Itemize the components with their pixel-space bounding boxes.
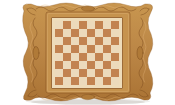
board-square[interactable] [55,77,63,85]
board-square[interactable] [71,37,79,45]
board-square[interactable] [95,61,103,69]
board-square[interactable] [95,29,103,37]
board-square[interactable] [55,21,63,29]
board-square[interactable] [79,69,87,77]
board-square[interactable] [71,29,79,37]
board-square[interactable] [55,45,63,53]
board-square[interactable] [95,45,103,53]
board-square[interactable] [63,21,71,29]
board-square[interactable] [63,61,71,69]
board-square[interactable] [111,77,119,85]
board-square[interactable] [71,69,79,77]
board-square[interactable] [103,69,111,77]
board-square[interactable] [87,45,95,53]
board-square[interactable] [95,21,103,29]
board-square[interactable] [87,29,95,37]
board-border [51,17,123,89]
board-square[interactable] [71,45,79,53]
board-square[interactable] [63,53,71,61]
board-square[interactable] [111,53,119,61]
board-square[interactable] [79,37,87,45]
board-square[interactable] [71,61,79,69]
board-square[interactable] [79,29,87,37]
board-square[interactable] [111,21,119,29]
board-square[interactable] [87,53,95,61]
board-square[interactable] [103,37,111,45]
board-square[interactable] [71,21,79,29]
board-square[interactable] [79,77,87,85]
board-square[interactable] [103,29,111,37]
board-square[interactable] [103,21,111,29]
board-square[interactable] [87,61,95,69]
board-square[interactable] [95,69,103,77]
board-square[interactable] [63,37,71,45]
board-square[interactable] [71,77,79,85]
board-square[interactable] [103,53,111,61]
board-square[interactable] [103,45,111,53]
board-square[interactable] [87,77,95,85]
board-square[interactable] [79,61,87,69]
board-square[interactable] [55,53,63,61]
board-square[interactable] [111,45,119,53]
board-square[interactable] [55,61,63,69]
board-square[interactable] [111,37,119,45]
board-square[interactable] [63,77,71,85]
board-square[interactable] [111,29,119,37]
board-square[interactable] [79,21,87,29]
board-square[interactable] [95,37,103,45]
board-square[interactable] [55,37,63,45]
board-square[interactable] [87,37,95,45]
board-square[interactable] [63,29,71,37]
board-square[interactable] [95,53,103,61]
board-square[interactable] [103,77,111,85]
board-square[interactable] [55,29,63,37]
board-square[interactable] [79,45,87,53]
board-square[interactable] [79,53,87,61]
board-square[interactable] [103,61,111,69]
board-square[interactable] [87,21,95,29]
board-square[interactable] [95,77,103,85]
chess-board-grid [55,21,119,85]
board-square[interactable] [111,69,119,77]
board-square[interactable] [55,69,63,77]
product-photo [0,0,175,105]
board-square[interactable] [111,61,119,69]
board-square[interactable] [87,69,95,77]
board-square[interactable] [63,69,71,77]
board-square[interactable] [63,45,71,53]
board-square[interactable] [71,53,79,61]
